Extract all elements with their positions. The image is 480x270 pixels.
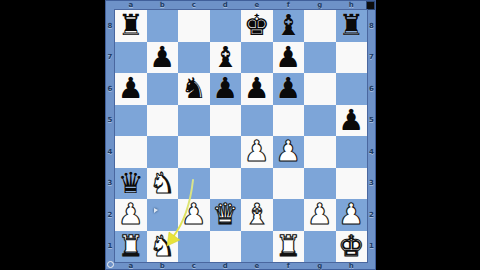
square-h2: ♟	[336, 199, 368, 231]
square-f5	[273, 105, 305, 137]
white-pawn-e4: ♟	[241, 136, 273, 168]
square-c3	[178, 168, 210, 200]
white-rook-a1: ♜	[115, 231, 147, 263]
white-pawn-h2: ♟	[336, 199, 368, 231]
square-g3	[304, 168, 336, 200]
rank-label-left-8: 8	[105, 10, 115, 42]
square-a1: ♜	[115, 231, 147, 263]
square-b5	[147, 105, 179, 137]
rank-label-right-3: 3	[367, 168, 376, 200]
file-label-top-d: d	[210, 0, 242, 10]
cursor-mark	[154, 208, 158, 213]
square-d8	[210, 10, 242, 42]
file-labels-bottom: abcdefgh	[115, 262, 367, 270]
rank-label-right-5: 5	[367, 105, 376, 137]
rank-label-left-1: 1	[105, 231, 115, 263]
square-d3	[210, 168, 242, 200]
square-h5: ♟	[336, 105, 368, 137]
file-label-bottom-e: e	[241, 262, 273, 270]
rank-label-right-8: 8	[367, 10, 376, 42]
file-label-bottom-f: f	[273, 262, 305, 270]
square-c4	[178, 136, 210, 168]
rank-label-right-1: 1	[367, 231, 376, 263]
black-king-e8: ♚	[241, 10, 273, 42]
white-circle-badge	[107, 261, 114, 268]
square-g5	[304, 105, 336, 137]
black-to-move-indicator	[367, 2, 374, 9]
square-a3: ♛	[115, 168, 147, 200]
white-pawn-g2: ♟	[304, 199, 336, 231]
rank-label-left-3: 3	[105, 168, 115, 200]
black-pawn-d6: ♟	[210, 73, 242, 105]
square-g1	[304, 231, 336, 263]
square-f7: ♟	[273, 42, 305, 74]
square-a8: ♜	[115, 10, 147, 42]
square-f2	[273, 199, 305, 231]
file-label-top-g: g	[304, 0, 336, 10]
square-d7: ♝	[210, 42, 242, 74]
file-labels-top: abcdefgh	[115, 0, 367, 10]
square-b3: ♞	[147, 168, 179, 200]
square-g8	[304, 10, 336, 42]
square-g4	[304, 136, 336, 168]
rank-label-left-6: 6	[105, 73, 115, 105]
white-king-h1: ♚	[336, 231, 368, 263]
square-g7	[304, 42, 336, 74]
white-knight-b1: ♞	[147, 231, 179, 263]
white-pawn-c2: ♟	[178, 199, 210, 231]
square-c5	[178, 105, 210, 137]
square-e2: ♝	[241, 199, 273, 231]
square-f4: ♟	[273, 136, 305, 168]
square-e6: ♟	[241, 73, 273, 105]
white-bishop-e2: ♝	[241, 199, 273, 231]
rank-label-right-6: 6	[367, 73, 376, 105]
square-a4	[115, 136, 147, 168]
black-pawn-h5: ♟	[336, 105, 368, 137]
black-queen-a3: ♛	[115, 168, 147, 200]
square-h1: ♚	[336, 231, 368, 263]
black-pawn-f7: ♟	[273, 42, 305, 74]
square-d2: ♛	[210, 199, 242, 231]
rank-label-right-4: 4	[367, 136, 376, 168]
black-pawn-b7: ♟	[147, 42, 179, 74]
chess-board-frame: abcdefgh abcdefgh 87654321 87654321 ♜♚♝♜…	[105, 0, 376, 270]
square-h4	[336, 136, 368, 168]
square-b4	[147, 136, 179, 168]
white-pawn-f4: ♟	[273, 136, 305, 168]
square-h7	[336, 42, 368, 74]
square-e3	[241, 168, 273, 200]
square-e4: ♟	[241, 136, 273, 168]
rank-label-left-5: 5	[105, 105, 115, 137]
white-pawn-a2: ♟	[115, 199, 147, 231]
rank-label-left-2: 2	[105, 199, 115, 231]
video-frame[interactable]: abcdefgh abcdefgh 87654321 87654321 ♜♚♝♜…	[0, 0, 480, 270]
square-d4	[210, 136, 242, 168]
square-c2: ♟	[178, 199, 210, 231]
square-a6: ♟	[115, 73, 147, 105]
file-label-bottom-a: a	[115, 262, 147, 270]
square-h3	[336, 168, 368, 200]
black-pawn-f6: ♟	[273, 73, 305, 105]
file-label-bottom-d: d	[210, 262, 242, 270]
square-b8	[147, 10, 179, 42]
rank-label-right-2: 2	[367, 199, 376, 231]
square-h6	[336, 73, 368, 105]
square-c1	[178, 231, 210, 263]
rank-label-left-7: 7	[105, 42, 115, 74]
black-rook-h8: ♜	[336, 10, 368, 42]
square-a5	[115, 105, 147, 137]
square-f8: ♝	[273, 10, 305, 42]
file-label-top-b: b	[147, 0, 179, 10]
square-b2	[147, 199, 179, 231]
square-d5	[210, 105, 242, 137]
square-c7	[178, 42, 210, 74]
square-e7	[241, 42, 273, 74]
square-c6: ♞	[178, 73, 210, 105]
square-f6: ♟	[273, 73, 305, 105]
square-b6	[147, 73, 179, 105]
square-g6	[304, 73, 336, 105]
file-label-bottom-b: b	[147, 262, 179, 270]
square-g2: ♟	[304, 199, 336, 231]
white-knight-b3: ♞	[147, 168, 179, 200]
black-rook-a8: ♜	[115, 10, 147, 42]
square-c8	[178, 10, 210, 42]
square-a2: ♟	[115, 199, 147, 231]
square-b1: ♞	[147, 231, 179, 263]
black-knight-c6: ♞	[178, 73, 210, 105]
file-label-bottom-c: c	[178, 262, 210, 270]
white-queen-d2: ♛	[210, 199, 242, 231]
square-h8: ♜	[336, 10, 368, 42]
square-f3	[273, 168, 305, 200]
rank-labels-right: 87654321	[367, 10, 376, 262]
square-e5	[241, 105, 273, 137]
square-d6: ♟	[210, 73, 242, 105]
square-f1: ♜	[273, 231, 305, 263]
chess-board: ♜♚♝♜♟♝♟♟♞♟♟♟♟♟♟♛♞♟♟♛♝♟♟♜♞♜♚	[115, 10, 367, 262]
rank-label-right-7: 7	[367, 42, 376, 74]
rank-labels-left: 87654321	[105, 10, 115, 262]
black-bishop-d7: ♝	[210, 42, 242, 74]
black-pawn-e6: ♟	[241, 73, 273, 105]
square-b7: ♟	[147, 42, 179, 74]
rank-label-left-4: 4	[105, 136, 115, 168]
black-pawn-a6: ♟	[115, 73, 147, 105]
file-label-top-c: c	[178, 0, 210, 10]
white-rook-f1: ♜	[273, 231, 305, 263]
file-label-bottom-g: g	[304, 262, 336, 270]
square-d1	[210, 231, 242, 263]
square-e8: ♚	[241, 10, 273, 42]
square-a7	[115, 42, 147, 74]
black-bishop-f8: ♝	[273, 10, 305, 42]
file-label-bottom-h: h	[336, 262, 368, 270]
square-e1	[241, 231, 273, 263]
